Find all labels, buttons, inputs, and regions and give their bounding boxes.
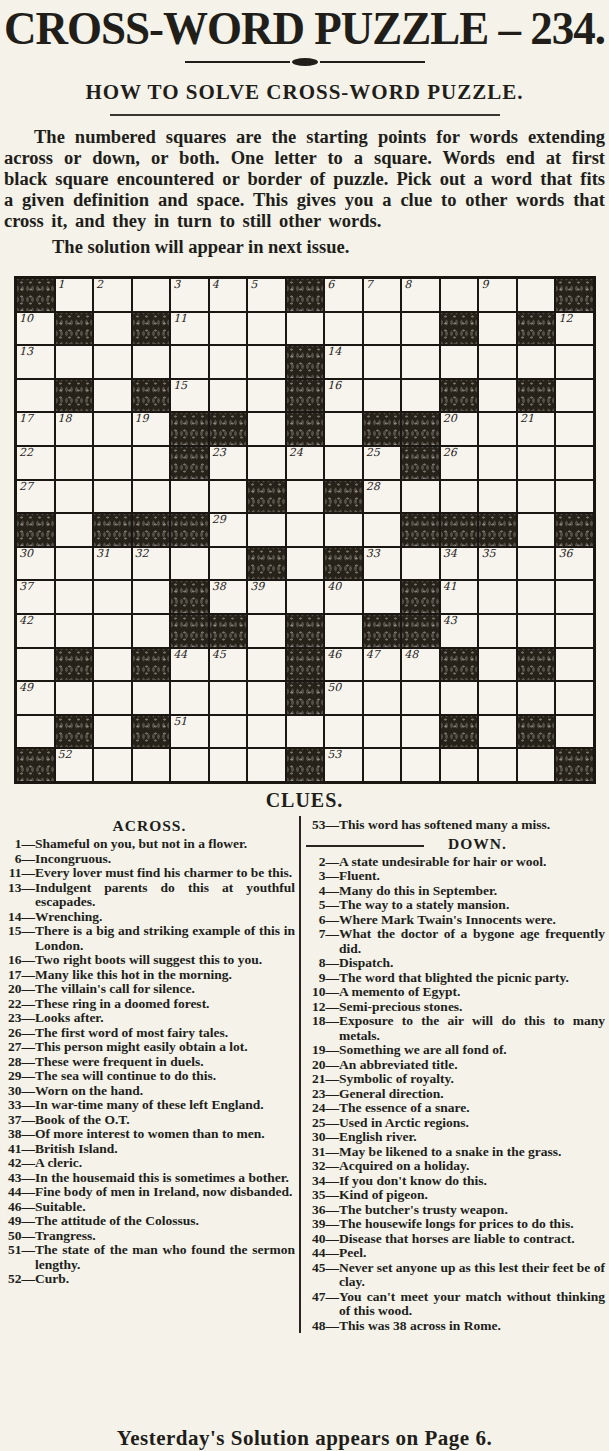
- grid-cell[interactable]: [478, 580, 517, 614]
- grid-cell[interactable]: [209, 480, 248, 514]
- grid-cell[interactable]: 42: [16, 614, 55, 648]
- grid-cell[interactable]: 46: [324, 648, 363, 682]
- grid-cell[interactable]: [517, 547, 556, 581]
- clue-text: An abbreviated title.: [339, 1058, 607, 1073]
- grid-cell[interactable]: [132, 681, 171, 715]
- grid-cell-black: [363, 614, 402, 648]
- clue-item: 10A memento of Egypt.: [306, 985, 607, 1000]
- grid-cell-black: [440, 513, 479, 547]
- grid-cell[interactable]: 27: [16, 480, 55, 514]
- clue-item: 23General direction.: [306, 1087, 607, 1102]
- grid-cell[interactable]: [247, 312, 286, 346]
- clue-text: The way to a stately mansion.: [339, 898, 607, 913]
- grid-cell-black: [132, 648, 171, 682]
- grid-cell[interactable]: [209, 748, 248, 782]
- grid-cell[interactable]: [93, 614, 132, 648]
- grid-cell-black: [132, 312, 171, 346]
- clue-text: This word has softened many a miss.: [339, 818, 607, 833]
- clue-item: 44Peel.: [306, 1246, 607, 1261]
- crossword-grid-wrap: 1234567891011121314151617181920212223242…: [14, 276, 596, 784]
- grid-cell[interactable]: 23: [209, 446, 248, 480]
- cell-number: 53: [327, 749, 341, 761]
- grid-cell[interactable]: [555, 580, 594, 614]
- grid-cell[interactable]: [16, 379, 55, 413]
- grid-cell[interactable]: [517, 580, 556, 614]
- clue-item: 9The word that blighted the picnic party…: [306, 971, 607, 986]
- grid-cell[interactable]: [93, 748, 132, 782]
- cell-number: 9: [481, 279, 488, 291]
- grid-cell[interactable]: [555, 345, 594, 379]
- grid-cell[interactable]: [209, 715, 248, 749]
- grid-cell[interactable]: 18: [55, 412, 94, 446]
- grid-cell[interactable]: [517, 446, 556, 480]
- grid-cell[interactable]: 2: [93, 278, 132, 312]
- grid-cell-black: [324, 547, 363, 581]
- grid-cell[interactable]: 12: [555, 312, 594, 346]
- grid-cell[interactable]: [16, 715, 55, 749]
- clue-item: 43In the housemaid this is sometimes a b…: [2, 1171, 297, 1186]
- grid-cell[interactable]: [55, 547, 94, 581]
- clue-number: 52: [2, 1272, 35, 1287]
- grid-cell[interactable]: [401, 312, 440, 346]
- grid-cell-black: [93, 513, 132, 547]
- clue-item: 36The butcher's trusty weapon.: [306, 1203, 607, 1218]
- grid-cell[interactable]: [401, 547, 440, 581]
- grid-cell[interactable]: [132, 345, 171, 379]
- grid-cell[interactable]: [517, 748, 556, 782]
- grid-cell[interactable]: [286, 312, 325, 346]
- grid-cell[interactable]: [478, 648, 517, 682]
- grid-cell[interactable]: [286, 547, 325, 581]
- grid-cell-black: [555, 513, 594, 547]
- grid-cell[interactable]: [478, 748, 517, 782]
- grid-cell[interactable]: 45: [209, 648, 248, 682]
- grid-cell[interactable]: [247, 648, 286, 682]
- clue-text: Indulgent parents do this at youthful es…: [35, 881, 297, 910]
- grid-cell[interactable]: [363, 345, 402, 379]
- grid-cell[interactable]: 21: [517, 412, 556, 446]
- grid-cell-black: [440, 648, 479, 682]
- grid-cell[interactable]: [55, 614, 94, 648]
- grid-cell[interactable]: 52: [55, 748, 94, 782]
- grid-cell[interactable]: 28: [363, 480, 402, 514]
- grid-cell-black: [324, 480, 363, 514]
- grid-cell[interactable]: 24: [286, 446, 325, 480]
- divider-line: [320, 61, 425, 63]
- grid-cell[interactable]: [170, 681, 209, 715]
- grid-cell[interactable]: [247, 748, 286, 782]
- cell-number: 48: [404, 649, 418, 661]
- clue-text: Trangress.: [35, 1229, 297, 1244]
- divider-line: [185, 61, 290, 63]
- grid-cell[interactable]: 47: [363, 648, 402, 682]
- grid-cell[interactable]: [170, 480, 209, 514]
- grid-cell[interactable]: 43: [440, 614, 479, 648]
- grid-cell-black: [247, 547, 286, 581]
- grid-cell[interactable]: [209, 312, 248, 346]
- cell-number: 26: [443, 447, 457, 459]
- grid-cell[interactable]: 39: [247, 580, 286, 614]
- grid-cell[interactable]: [517, 681, 556, 715]
- grid-cell-black: [55, 648, 94, 682]
- across-clue-list: 1Shameful on you, but not in a flower.6I…: [2, 837, 297, 1287]
- grid-cell[interactable]: [401, 379, 440, 413]
- grid-cell[interactable]: [286, 480, 325, 514]
- clue-text: Disease that horses are liable to contra…: [339, 1232, 607, 1247]
- grid-cell[interactable]: [440, 480, 479, 514]
- grid-cell[interactable]: [93, 446, 132, 480]
- grid-cell[interactable]: [55, 345, 94, 379]
- cell-number: 39: [250, 581, 264, 593]
- clue-number: 12: [306, 1000, 339, 1015]
- grid-cell-black: [132, 379, 171, 413]
- grid-cell[interactable]: 30: [16, 547, 55, 581]
- cell-number: 49: [19, 682, 33, 694]
- clue-item: 6Where Mark Twain's Innocents were.: [306, 913, 607, 928]
- grid-cell[interactable]: 14: [324, 345, 363, 379]
- clue-number: 33: [2, 1098, 35, 1113]
- grid-cell[interactable]: [440, 278, 479, 312]
- cell-number: 32: [135, 548, 149, 560]
- clue-text: Symbolic of royalty.: [339, 1072, 607, 1087]
- grid-cell[interactable]: [401, 748, 440, 782]
- grid-cell-black: [286, 278, 325, 312]
- grid-cell[interactable]: [401, 480, 440, 514]
- grid-cell[interactable]: 51: [170, 715, 209, 749]
- clue-text: If you don't know do this.: [339, 1174, 607, 1189]
- clue-item: 7What the doctor of a bygone age frequen…: [306, 927, 607, 956]
- grid-cell[interactable]: 48: [401, 648, 440, 682]
- cell-number: 28: [366, 481, 380, 493]
- grid-cell[interactable]: [478, 312, 517, 346]
- grid-cell-black: [401, 614, 440, 648]
- clue-text: Two right boots will suggest this to you…: [35, 953, 297, 968]
- grid-cell[interactable]: [517, 480, 556, 514]
- grid-cell[interactable]: [93, 648, 132, 682]
- clue-text: Worn on the hand.: [35, 1084, 297, 1099]
- cell-number: 6: [327, 279, 334, 291]
- grid-cell[interactable]: [478, 681, 517, 715]
- grid-cell-black: [286, 614, 325, 648]
- grid-cell-black: [517, 648, 556, 682]
- clue-item: 37Book of the O.T.: [2, 1113, 297, 1128]
- grid-cell-black: [555, 278, 594, 312]
- grid-cell[interactable]: 44: [170, 648, 209, 682]
- howto-paragraph: The numbered squares are the starting po…: [0, 127, 609, 232]
- clue-number: 13: [2, 881, 35, 910]
- diamond-ornament-icon: [292, 58, 318, 66]
- clue-text: Fluent.: [339, 869, 607, 884]
- grid-cell[interactable]: 49: [16, 681, 55, 715]
- grid-cell[interactable]: [247, 446, 286, 480]
- clue-number: 48: [306, 1319, 339, 1334]
- grid-cell[interactable]: 33: [363, 547, 402, 581]
- grid-cell[interactable]: 11: [170, 312, 209, 346]
- grid-cell[interactable]: [517, 614, 556, 648]
- clue-item: 27This person might easily obtain a lot.: [2, 1040, 297, 1055]
- clue-text: These were frequent in duels.: [35, 1055, 297, 1070]
- clue-text: Every lover must find his charmer to be …: [35, 866, 297, 881]
- grid-cell[interactable]: [286, 715, 325, 749]
- grid-cell-black: [478, 513, 517, 547]
- grid-cell-black: [440, 312, 479, 346]
- grid-cell[interactable]: 7: [363, 278, 402, 312]
- clue-text: Many like this hot in the morning.: [35, 968, 297, 983]
- clue-item: 30English river.: [306, 1130, 607, 1145]
- grid-cell[interactable]: 50: [324, 681, 363, 715]
- clue-item: 23Looks after.: [2, 1011, 297, 1026]
- grid-cell[interactable]: [55, 580, 94, 614]
- grid-cell[interactable]: [478, 412, 517, 446]
- clue-item: 30Worn on the hand.: [2, 1084, 297, 1099]
- grid-cell[interactable]: [132, 748, 171, 782]
- grid-cell[interactable]: 36: [555, 547, 594, 581]
- down-clue-list: 2A state undesirable for hair or wool.3F…: [306, 855, 607, 1334]
- grid-cell[interactable]: 34: [440, 547, 479, 581]
- grid-cell[interactable]: [324, 312, 363, 346]
- grid-cell[interactable]: [555, 480, 594, 514]
- grid-cell[interactable]: [55, 446, 94, 480]
- clue-text: A cleric.: [35, 1156, 297, 1171]
- grid-cell[interactable]: 19: [132, 412, 171, 446]
- clue-item: 40Disease that horses are liable to cont…: [306, 1232, 607, 1247]
- grid-cell[interactable]: [247, 614, 286, 648]
- grid-cell[interactable]: [324, 513, 363, 547]
- grid-cell[interactable]: [555, 412, 594, 446]
- grid-cell[interactable]: [132, 614, 171, 648]
- grid-cell[interactable]: [286, 580, 325, 614]
- grid-cell[interactable]: [247, 345, 286, 379]
- cell-number: 17: [19, 413, 33, 425]
- clue-number: 43: [2, 1171, 35, 1186]
- solution-note: The solution will appear in next issue.: [52, 237, 609, 258]
- grid-cell[interactable]: 1: [55, 278, 94, 312]
- clues-heading: CLUES.: [0, 789, 609, 812]
- clue-text: English river.: [339, 1130, 607, 1145]
- grid-cell[interactable]: 5: [247, 278, 286, 312]
- grid-cell[interactable]: [324, 715, 363, 749]
- clue-text: Peel.: [339, 1246, 607, 1261]
- grid-cell[interactable]: 29: [209, 513, 248, 547]
- grid-cell[interactable]: [324, 614, 363, 648]
- grid-cell[interactable]: 15: [170, 379, 209, 413]
- grid-cell[interactable]: [247, 412, 286, 446]
- clue-item: 5The way to a stately mansion.: [306, 898, 607, 913]
- grid-cell[interactable]: [55, 513, 94, 547]
- cell-number: 34: [443, 548, 457, 560]
- grid-cell[interactable]: 17: [16, 412, 55, 446]
- grid-cell-black: [170, 446, 209, 480]
- grid-cell[interactable]: 53: [324, 748, 363, 782]
- grid-cell[interactable]: 3: [170, 278, 209, 312]
- grid-cell[interactable]: [247, 715, 286, 749]
- grid-cell[interactable]: [286, 513, 325, 547]
- grid-cell[interactable]: [170, 547, 209, 581]
- grid-cell[interactable]: [363, 580, 402, 614]
- grid-cell[interactable]: [478, 446, 517, 480]
- grid-cell[interactable]: 26: [440, 446, 479, 480]
- grid-cell[interactable]: [363, 715, 402, 749]
- grid-cell[interactable]: 8: [401, 278, 440, 312]
- grid-cell[interactable]: [555, 614, 594, 648]
- clue-item: 32Acquired on a holiday.: [306, 1159, 607, 1174]
- grid-cell[interactable]: 20: [440, 412, 479, 446]
- clue-number: 28: [2, 1055, 35, 1070]
- clue-text: Something we are all fond of.: [339, 1043, 607, 1058]
- clue-text: Book of the O.T.: [35, 1113, 297, 1128]
- clue-text: This was 38 across in Rome.: [339, 1319, 607, 1334]
- clue-number: 18: [306, 1014, 339, 1043]
- clue-item: 48This was 38 across in Rome.: [306, 1319, 607, 1334]
- grid-cell[interactable]: [93, 580, 132, 614]
- clue-text: The attitude of the Colossus.: [35, 1214, 297, 1229]
- grid-cell[interactable]: [209, 345, 248, 379]
- grid-cell[interactable]: [555, 648, 594, 682]
- clue-number: 2: [306, 855, 339, 870]
- clue-text: Semi-precious stones.: [339, 1000, 607, 1015]
- grid-cell[interactable]: 41: [440, 580, 479, 614]
- cell-number: 12: [558, 313, 572, 325]
- title-divider: [185, 58, 425, 66]
- clue-text: Used in Arctic regions.: [339, 1116, 607, 1131]
- grid-cell[interactable]: [440, 748, 479, 782]
- grid-cell[interactable]: [132, 278, 171, 312]
- grid-cell-black: [16, 748, 55, 782]
- grid-cell[interactable]: [401, 715, 440, 749]
- grid-cell[interactable]: [93, 681, 132, 715]
- grid-cell[interactable]: [93, 379, 132, 413]
- clue-number: 47: [306, 1290, 339, 1319]
- grid-cell[interactable]: 22: [16, 446, 55, 480]
- cell-number: 4: [212, 279, 219, 291]
- clue-item: 49The attitude of the Colossus.: [2, 1214, 297, 1229]
- clue-number: 44: [306, 1246, 339, 1261]
- grid-cell[interactable]: [132, 446, 171, 480]
- grid-cell[interactable]: 16: [324, 379, 363, 413]
- grid-cell[interactable]: [440, 681, 479, 715]
- grid-cell[interactable]: [401, 681, 440, 715]
- grid-cell[interactable]: [55, 681, 94, 715]
- grid-cell[interactable]: 25: [363, 446, 402, 480]
- grid-cell[interactable]: [555, 681, 594, 715]
- clue-item: 42A cleric.: [2, 1156, 297, 1171]
- grid-cell[interactable]: [363, 681, 402, 715]
- grid-cell[interactable]: 13: [16, 345, 55, 379]
- grid-cell[interactable]: [209, 547, 248, 581]
- clue-number: 37: [2, 1113, 35, 1128]
- grid-cell-black: [363, 412, 402, 446]
- grid-cell[interactable]: [132, 580, 171, 614]
- cell-number: 3: [173, 279, 180, 291]
- clue-number: 50: [2, 1229, 35, 1244]
- grid-cell-black: [286, 748, 325, 782]
- grid-cell[interactable]: [478, 379, 517, 413]
- grid-cell[interactable]: 6: [324, 278, 363, 312]
- clue-number: 20: [2, 982, 35, 997]
- clue-text: Curb.: [35, 1272, 297, 1287]
- grid-cell-black: [286, 681, 325, 715]
- grid-cell[interactable]: [555, 446, 594, 480]
- cell-number: 52: [58, 749, 72, 761]
- grid-cell[interactable]: 32: [132, 547, 171, 581]
- clue-number: 42: [2, 1156, 35, 1171]
- grid-cell-black: [247, 480, 286, 514]
- grid-cell-black: [517, 312, 556, 346]
- clue-item: 28These were frequent in duels.: [2, 1055, 297, 1070]
- grid-cell[interactable]: [209, 681, 248, 715]
- grid-cell[interactable]: 4: [209, 278, 248, 312]
- grid-cell[interactable]: [132, 480, 171, 514]
- grid-cell[interactable]: [401, 345, 440, 379]
- clue-item: 53This word has softened many a miss.: [306, 818, 607, 833]
- clue-text: The essence of a snare.: [339, 1101, 607, 1116]
- grid-cell[interactable]: [55, 480, 94, 514]
- clue-item: 52Curb.: [2, 1272, 297, 1287]
- clue-number: 6: [306, 913, 339, 928]
- grid-cell[interactable]: [555, 379, 594, 413]
- grid-cell[interactable]: [440, 345, 479, 379]
- clue-number: 16: [2, 953, 35, 968]
- grid-cell[interactable]: 35: [478, 547, 517, 581]
- clue-item: 3Fluent.: [306, 869, 607, 884]
- grid-cell[interactable]: [324, 412, 363, 446]
- grid-cell[interactable]: [324, 446, 363, 480]
- grid-cell[interactable]: [478, 345, 517, 379]
- grid-cell[interactable]: [555, 715, 594, 749]
- grid-cell[interactable]: [93, 345, 132, 379]
- across-heading: ACROSS.: [2, 817, 297, 835]
- grid-cell[interactable]: [209, 379, 248, 413]
- grid-cell[interactable]: 9: [478, 278, 517, 312]
- clue-text: Fine body of men in Ireland, now disband…: [35, 1185, 297, 1200]
- grid-cell[interactable]: [247, 513, 286, 547]
- grid-cell[interactable]: [363, 748, 402, 782]
- grid-cell[interactable]: [247, 379, 286, 413]
- grid-cell[interactable]: [247, 681, 286, 715]
- grid-cell[interactable]: [363, 513, 402, 547]
- clue-number: 30: [306, 1130, 339, 1145]
- grid-cell[interactable]: [363, 312, 402, 346]
- grid-cell[interactable]: 10: [16, 312, 55, 346]
- grid-cell[interactable]: 40: [324, 580, 363, 614]
- grid-cell[interactable]: [478, 715, 517, 749]
- grid-cell[interactable]: [363, 379, 402, 413]
- grid-cell-black: [209, 614, 248, 648]
- clue-item: 1Shameful on you, but not in a flower.: [2, 837, 297, 852]
- grid-cell[interactable]: [93, 412, 132, 446]
- grid-cell[interactable]: [16, 648, 55, 682]
- grid-cell[interactable]: 31: [93, 547, 132, 581]
- grid-cell[interactable]: [517, 513, 556, 547]
- grid-cell[interactable]: [170, 345, 209, 379]
- cell-number: 21: [520, 413, 534, 425]
- clue-text: The sea will continue to do this.: [35, 1069, 297, 1084]
- grid-cell[interactable]: 37: [16, 580, 55, 614]
- clue-item: 38Of more interest to women than to men.: [2, 1127, 297, 1142]
- clue-item: 33In war-time many of these left England…: [2, 1098, 297, 1113]
- cell-number: 11: [173, 313, 187, 325]
- grid-cell[interactable]: [517, 278, 556, 312]
- grid-cell[interactable]: [478, 480, 517, 514]
- grid-cell[interactable]: [93, 480, 132, 514]
- grid-cell[interactable]: [170, 748, 209, 782]
- grid-cell[interactable]: [478, 614, 517, 648]
- grid-cell[interactable]: 38: [209, 580, 248, 614]
- grid-cell[interactable]: [93, 715, 132, 749]
- grid-cell[interactable]: [93, 312, 132, 346]
- down-heading-row: DOWN.: [306, 835, 607, 853]
- grid-cell[interactable]: [517, 345, 556, 379]
